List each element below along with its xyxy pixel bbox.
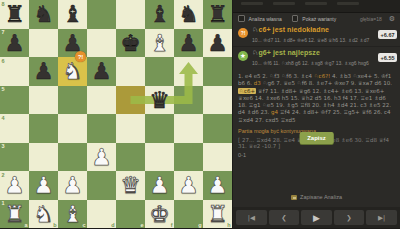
game-result: 0-1 bbox=[233, 149, 400, 158]
board-square-b5[interactable] bbox=[29, 86, 58, 115]
board-square-c5[interactable] bbox=[58, 86, 87, 115]
black-knight-b8[interactable]: ♞ bbox=[29, 0, 58, 29]
eval-badge: +6.55 bbox=[378, 53, 397, 62]
analysis-panel: Analiza własna Pokaż warianty głębia=18 … bbox=[232, 0, 400, 228]
go-to-start-button[interactable]: |◀ bbox=[236, 210, 267, 225]
move-token[interactable]: g4 bbox=[271, 109, 278, 115]
black-pawn-a7[interactable]: ♟ bbox=[0, 29, 29, 58]
board-square-d7[interactable] bbox=[87, 29, 116, 58]
board-square-h3[interactable] bbox=[203, 143, 232, 172]
inaccuracy-badge: ?! bbox=[75, 51, 86, 62]
file-label-g: g bbox=[198, 222, 201, 228]
board-square-e1[interactable]: e bbox=[116, 200, 145, 229]
best-icon: ★ bbox=[238, 51, 248, 61]
next-move-button[interactable]: ❯ bbox=[334, 210, 365, 225]
white-pawn-f2[interactable]: ♟ bbox=[145, 171, 174, 200]
white-knight-b1[interactable]: ♞ bbox=[29, 200, 58, 229]
board-square-d2[interactable] bbox=[87, 171, 116, 200]
own-analysis-label: Analiza własna bbox=[249, 16, 282, 22]
black-pawn-b6[interactable]: ♟ bbox=[29, 57, 58, 86]
board-square-h5[interactable] bbox=[203, 86, 232, 115]
tab-stub[interactable] bbox=[337, 2, 359, 5]
board-square-e3[interactable] bbox=[116, 143, 145, 172]
white-bishop-f7[interactable]: ♝ bbox=[145, 29, 174, 58]
file-label-e: e bbox=[140, 222, 143, 228]
board-square-a5[interactable]: 5 bbox=[0, 86, 29, 115]
rank-label-3: 3 bbox=[2, 143, 5, 149]
play-button[interactable]: ▶ bbox=[301, 210, 332, 225]
annotation-best[interactable]: ★♘g6+ jest najlepsze10... ♔f6 11. ♘xh8 g… bbox=[233, 46, 400, 69]
piece-figurine-icon: ♘ bbox=[252, 26, 258, 34]
move-token[interactable]: ♘c6?! bbox=[314, 73, 331, 79]
board-square-h4[interactable] bbox=[203, 114, 232, 143]
black-rook-h8[interactable]: ♜ bbox=[203, 0, 232, 29]
black-pawn-h7[interactable]: ♟ bbox=[203, 29, 232, 58]
move-token[interactable]: 1. e4 e5 2. ♘f3 ♘f6 3. ♗c4 bbox=[238, 73, 312, 79]
panel-tabstrip[interactable] bbox=[233, 0, 400, 13]
show-variants-label: Pokaż warianty bbox=[302, 16, 336, 22]
board-square-d4[interactable] bbox=[87, 114, 116, 143]
annotation-title: ♘g6+ jest najlepsze bbox=[252, 49, 370, 57]
board-square-e8[interactable] bbox=[116, 0, 145, 29]
board-square-f4[interactable] bbox=[145, 114, 174, 143]
engine-depth-label: głębia=18 bbox=[360, 16, 382, 22]
white-pawn-h2[interactable]: ♟ bbox=[203, 171, 232, 200]
board-square-a3[interactable]: 3 bbox=[0, 143, 29, 172]
rank-label-4: 4 bbox=[2, 115, 5, 121]
board-square-b7[interactable] bbox=[29, 29, 58, 58]
move-token[interactable]: d3 bbox=[254, 80, 261, 86]
board-square-f6[interactable] bbox=[145, 57, 174, 86]
board-square-d8[interactable] bbox=[87, 0, 116, 29]
white-pawn-d3[interactable]: ♟ bbox=[87, 143, 116, 172]
black-bishop-c8[interactable]: ♝ bbox=[58, 0, 87, 29]
black-king-e7[interactable]: ♚ bbox=[116, 29, 145, 58]
board-square-g6[interactable] bbox=[174, 57, 203, 86]
white-rook-h1[interactable]: ♜ bbox=[203, 200, 232, 229]
white-rook-a1[interactable]: ♜ bbox=[0, 200, 29, 229]
white-pawn-a2[interactable]: ♟ bbox=[0, 171, 29, 200]
show-variants-checkbox[interactable] bbox=[292, 15, 299, 22]
previous-move-button[interactable]: ❮ bbox=[269, 210, 300, 225]
board-square-e4[interactable] bbox=[116, 114, 145, 143]
engine-line[interactable]: 10... ♔d7 11. ♗d8+ ♔e6 12. ♕e8 ♕h6 13. ♗… bbox=[252, 36, 370, 43]
board-square-g1[interactable]: g bbox=[174, 200, 203, 229]
board-square-b3[interactable] bbox=[29, 143, 58, 172]
white-bishop-c1[interactable]: ♝ bbox=[58, 200, 87, 229]
analysis-app: 87654321abcdefgh ♜♞♝♝♞♜♟♟♚♝♟♟♟♞♟♛♟♟♟♟♛♟♟… bbox=[0, 0, 400, 228]
tab-stub[interactable] bbox=[273, 2, 295, 5]
board-square-a4[interactable]: 4 bbox=[0, 114, 29, 143]
black-pawn-d6[interactable]: ♟ bbox=[87, 57, 116, 86]
board-square-g3[interactable] bbox=[174, 143, 203, 172]
saved-analysis-label: Zapisane Analiza bbox=[300, 194, 342, 200]
inaccuracy-icon: ?! bbox=[238, 28, 248, 38]
black-bishop-f8[interactable]: ♝ bbox=[145, 0, 174, 29]
board-square-c4[interactable] bbox=[58, 114, 87, 143]
board-square-g4[interactable] bbox=[174, 114, 203, 143]
white-pawn-b2[interactable]: ♟ bbox=[29, 171, 58, 200]
board-square-h6[interactable] bbox=[203, 57, 232, 86]
black-rook-a8[interactable]: ♜ bbox=[0, 0, 29, 29]
board-square-f3[interactable] bbox=[145, 143, 174, 172]
board-square-e5[interactable] bbox=[116, 86, 145, 115]
annotation-title: ♘c6+ jest niedokładne bbox=[252, 26, 370, 34]
tab-stub[interactable] bbox=[241, 2, 263, 5]
board-square-g5[interactable] bbox=[174, 86, 203, 115]
current-move[interactable]: ♘c6+ bbox=[238, 88, 256, 94]
tab-stub[interactable] bbox=[305, 2, 327, 5]
saved-analysis-icon bbox=[291, 195, 297, 200]
save-button[interactable]: Zapisz bbox=[299, 132, 334, 144]
black-queen-f5[interactable]: ♛ bbox=[145, 86, 174, 115]
black-knight-g8[interactable]: ♞ bbox=[174, 0, 203, 29]
board-square-e6[interactable] bbox=[116, 57, 145, 86]
annotation-list: ?!♘c6+ jest niedokładne10... ♔d7 11. ♗d8… bbox=[233, 24, 400, 69]
board-square-a6[interactable]: 6 bbox=[0, 57, 29, 86]
white-pawn-c2[interactable]: ♟ bbox=[58, 171, 87, 200]
black-pawn-g7[interactable]: ♟ bbox=[174, 29, 203, 58]
chess-board: 87654321abcdefgh ♜♞♝♝♞♜♟♟♚♝♟♟♟♞♟♛♟♟♟♟♛♟♟… bbox=[0, 0, 232, 228]
move-navigation-bar: |◀❮▶❯▶| bbox=[233, 207, 400, 228]
rank-label-5: 5 bbox=[2, 86, 5, 92]
move-token[interactable]: ♘g6 7. ♕e5 ♘f6 8. ♗e7+ ♔xe7 9. ♕xa7 d6 1… bbox=[263, 80, 392, 86]
gear-icon[interactable]: ⚙ bbox=[389, 15, 395, 22]
white-pawn-g2[interactable]: ♟ bbox=[174, 171, 203, 200]
annotation-inaccuracy[interactable]: ?!♘c6+ jest niedokładne10... ♔d7 11. ♗d8… bbox=[233, 24, 400, 46]
options-row: Analiza własna Pokaż warianty głębia=18 … bbox=[233, 13, 400, 24]
go-to-end-button[interactable]: ▶| bbox=[366, 210, 397, 225]
board-square-d1[interactable]: d bbox=[87, 200, 116, 229]
engine-line[interactable]: 10... ♔f6 11. ♘xh8 g6 12. ♗xg8 ♔g7 13. ♗… bbox=[252, 59, 370, 66]
white-queen-e2[interactable]: ♛ bbox=[116, 171, 145, 200]
eval-badge: +6.67 bbox=[378, 30, 397, 39]
rank-label-6: 6 bbox=[2, 58, 5, 64]
board-square-b4[interactable] bbox=[29, 114, 58, 143]
saved-analysis-link[interactable]: Zapisane Analiza bbox=[233, 194, 400, 200]
board-square-d5[interactable] bbox=[87, 86, 116, 115]
move-list: 1. e4 e5 2. ♘f3 ♘f6 3. ♗c4 ♘c6?! 4. ♗b3 … bbox=[233, 69, 400, 124]
piece-figurine-icon: ♘ bbox=[252, 49, 258, 57]
own-analysis-checkbox[interactable] bbox=[238, 15, 245, 22]
file-label-d: d bbox=[111, 222, 114, 228]
white-king-f1[interactable]: ♚ bbox=[145, 200, 174, 229]
board-square-c3[interactable] bbox=[58, 143, 87, 172]
